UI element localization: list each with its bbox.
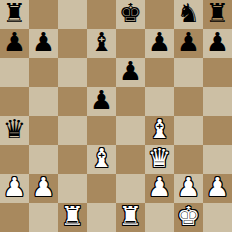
square-d7[interactable]: ♝ [87, 29, 116, 58]
square-e8[interactable]: ♚ [116, 0, 145, 29]
square-d3[interactable]: ♝ [87, 145, 116, 174]
square-c2[interactable] [58, 174, 87, 203]
piece-black-pawn: ♟ [206, 29, 229, 57]
square-f7[interactable]: ♟ [145, 29, 174, 58]
piece-black-king: ♚ [119, 0, 142, 28]
square-g6[interactable] [174, 58, 203, 87]
square-e5[interactable] [116, 87, 145, 116]
square-g8[interactable]: ♞ [174, 0, 203, 29]
piece-black-pawn: ♟ [119, 58, 142, 86]
square-f3[interactable]: ♛ [145, 145, 174, 174]
square-g2[interactable]: ♟ [174, 174, 203, 203]
square-c8[interactable] [58, 0, 87, 29]
piece-black-rook: ♜ [3, 0, 26, 28]
square-e2[interactable] [116, 174, 145, 203]
square-f6[interactable] [145, 58, 174, 87]
square-a2[interactable]: ♟ [0, 174, 29, 203]
square-f5[interactable] [145, 87, 174, 116]
square-c7[interactable] [58, 29, 87, 58]
square-b5[interactable] [29, 87, 58, 116]
square-d8[interactable] [87, 0, 116, 29]
piece-black-bishop: ♝ [90, 29, 113, 57]
square-b1[interactable] [29, 203, 58, 232]
square-c4[interactable] [58, 116, 87, 145]
piece-white-pawn: ♟ [206, 174, 229, 202]
piece-white-pawn: ♟ [148, 174, 171, 202]
square-d4[interactable] [87, 116, 116, 145]
square-d2[interactable] [87, 174, 116, 203]
square-g7[interactable]: ♟ [174, 29, 203, 58]
square-h6[interactable] [203, 58, 232, 87]
square-a4[interactable]: ♛ [0, 116, 29, 145]
square-e6[interactable]: ♟ [116, 58, 145, 87]
piece-white-pawn: ♟ [177, 174, 200, 202]
piece-white-bishop: ♝ [148, 116, 171, 144]
square-a7[interactable]: ♟ [0, 29, 29, 58]
square-e4[interactable] [116, 116, 145, 145]
piece-white-pawn: ♟ [3, 174, 26, 202]
piece-white-pawn: ♟ [32, 174, 55, 202]
square-d6[interactable] [87, 58, 116, 87]
piece-white-bishop: ♝ [90, 145, 113, 173]
piece-black-rook: ♜ [206, 0, 229, 28]
square-d5[interactable]: ♟ [87, 87, 116, 116]
square-c5[interactable] [58, 87, 87, 116]
piece-white-rook: ♜ [61, 203, 84, 231]
square-g5[interactable] [174, 87, 203, 116]
square-h1[interactable] [203, 203, 232, 232]
chess-board: ♜♚♞♜♟♟♝♟♟♟♟♟♛♝♝♛♟♟♟♟♟♜♜♚ [0, 0, 232, 232]
square-f1[interactable] [145, 203, 174, 232]
square-e3[interactable] [116, 145, 145, 174]
square-a3[interactable] [0, 145, 29, 174]
piece-black-pawn: ♟ [3, 29, 26, 57]
square-b7[interactable]: ♟ [29, 29, 58, 58]
piece-white-queen: ♛ [148, 145, 171, 173]
piece-black-pawn: ♟ [90, 87, 113, 115]
square-h2[interactable]: ♟ [203, 174, 232, 203]
square-h7[interactable]: ♟ [203, 29, 232, 58]
square-a6[interactable] [0, 58, 29, 87]
square-b3[interactable] [29, 145, 58, 174]
square-g1[interactable]: ♚ [174, 203, 203, 232]
square-h4[interactable] [203, 116, 232, 145]
square-g4[interactable] [174, 116, 203, 145]
square-c3[interactable] [58, 145, 87, 174]
square-e1[interactable]: ♜ [116, 203, 145, 232]
piece-black-pawn: ♟ [177, 29, 200, 57]
square-h5[interactable] [203, 87, 232, 116]
piece-black-queen: ♛ [3, 116, 26, 144]
square-f4[interactable]: ♝ [145, 116, 174, 145]
square-f8[interactable] [145, 0, 174, 29]
square-c6[interactable] [58, 58, 87, 87]
square-b4[interactable] [29, 116, 58, 145]
piece-white-rook: ♜ [119, 203, 142, 231]
piece-white-king: ♚ [177, 203, 200, 231]
piece-black-pawn: ♟ [148, 29, 171, 57]
square-c1[interactable]: ♜ [58, 203, 87, 232]
square-b8[interactable] [29, 0, 58, 29]
square-d1[interactable] [87, 203, 116, 232]
square-a1[interactable] [0, 203, 29, 232]
piece-black-pawn: ♟ [32, 29, 55, 57]
square-h3[interactable] [203, 145, 232, 174]
square-e7[interactable] [116, 29, 145, 58]
square-a5[interactable] [0, 87, 29, 116]
square-b6[interactable] [29, 58, 58, 87]
square-h8[interactable]: ♜ [203, 0, 232, 29]
square-g3[interactable] [174, 145, 203, 174]
square-f2[interactable]: ♟ [145, 174, 174, 203]
piece-black-knight: ♞ [177, 0, 200, 28]
square-a8[interactable]: ♜ [0, 0, 29, 29]
square-b2[interactable]: ♟ [29, 174, 58, 203]
